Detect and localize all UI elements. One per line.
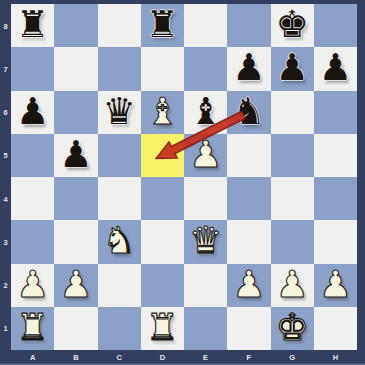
rank-label-1: 1	[0, 324, 11, 333]
square-e5[interactable]: ♟	[184, 134, 227, 177]
piece-black-pawn[interactable]: ♟	[16, 90, 49, 133]
square-h6[interactable]	[314, 91, 357, 134]
rank-label-5: 5	[0, 151, 11, 160]
piece-white-king[interactable]: ♚	[276, 306, 309, 349]
square-h2[interactable]: ♟	[314, 264, 357, 307]
square-b4[interactable]	[54, 177, 97, 220]
square-b3[interactable]	[54, 220, 97, 263]
square-g1[interactable]: ♚	[271, 307, 314, 350]
piece-white-pawn[interactable]: ♟	[16, 263, 49, 306]
square-d3[interactable]	[141, 220, 184, 263]
square-h5[interactable]	[314, 134, 357, 177]
square-c3[interactable]: ♞	[98, 220, 141, 263]
square-d5[interactable]	[141, 134, 184, 177]
piece-white-rook[interactable]: ♜	[16, 306, 49, 349]
square-c2[interactable]	[98, 264, 141, 307]
square-b7[interactable]	[54, 47, 97, 90]
piece-white-bishop[interactable]: ♝	[146, 90, 179, 133]
square-d4[interactable]	[141, 177, 184, 220]
square-e4[interactable]	[184, 177, 227, 220]
rank-label-2: 2	[0, 281, 11, 290]
square-c4[interactable]	[98, 177, 141, 220]
square-f3[interactable]	[227, 220, 270, 263]
piece-white-pawn[interactable]: ♟	[232, 263, 265, 306]
square-f7[interactable]: ♟	[227, 47, 270, 90]
square-f8[interactable]	[227, 4, 270, 47]
rank-label-3: 3	[0, 237, 11, 246]
piece-white-rook[interactable]: ♜	[146, 306, 179, 349]
square-g8[interactable]: ♚	[271, 4, 314, 47]
square-a3[interactable]	[11, 220, 54, 263]
piece-white-pawn[interactable]: ♟	[276, 263, 309, 306]
piece-white-queen[interactable]: ♛	[189, 219, 222, 262]
square-b6[interactable]	[54, 91, 97, 134]
square-h1[interactable]	[314, 307, 357, 350]
square-b5[interactable]: ♟	[54, 134, 97, 177]
piece-black-rook[interactable]: ♜	[16, 3, 49, 46]
square-f6[interactable]: ♞	[227, 91, 270, 134]
square-g4[interactable]	[271, 177, 314, 220]
piece-black-queen[interactable]: ♛	[103, 90, 136, 133]
square-f4[interactable]	[227, 177, 270, 220]
square-e3[interactable]: ♛	[184, 220, 227, 263]
square-f1[interactable]	[227, 307, 270, 350]
rank-label-4: 4	[0, 194, 11, 203]
piece-white-knight[interactable]: ♞	[103, 219, 136, 262]
square-h7[interactable]: ♟	[314, 47, 357, 90]
square-c1[interactable]	[98, 307, 141, 350]
piece-black-rook[interactable]: ♜	[146, 3, 179, 46]
rank-label-6: 6	[0, 108, 11, 117]
piece-black-pawn[interactable]: ♟	[319, 46, 352, 89]
square-f5[interactable]	[227, 134, 270, 177]
chess-diagram: ♜♜♚♟♟♟♟♛♝♝♞♟♟♞♛♟♟♟♟♟♜♜♚ 87654321 ABCDEFG…	[0, 0, 365, 365]
square-d1[interactable]: ♜	[141, 307, 184, 350]
square-d2[interactable]	[141, 264, 184, 307]
square-a4[interactable]	[11, 177, 54, 220]
square-a1[interactable]: ♜	[11, 307, 54, 350]
square-d6[interactable]: ♝	[141, 91, 184, 134]
square-a7[interactable]	[11, 47, 54, 90]
square-a5[interactable]	[11, 134, 54, 177]
square-e8[interactable]	[184, 4, 227, 47]
piece-black-pawn[interactable]: ♟	[232, 46, 265, 89]
square-f2[interactable]: ♟	[227, 264, 270, 307]
square-d8[interactable]: ♜	[141, 4, 184, 47]
square-b1[interactable]	[54, 307, 97, 350]
square-b8[interactable]	[54, 4, 97, 47]
square-e2[interactable]	[184, 264, 227, 307]
square-e1[interactable]	[184, 307, 227, 350]
square-d7[interactable]	[141, 47, 184, 90]
square-h4[interactable]	[314, 177, 357, 220]
square-a6[interactable]: ♟	[11, 91, 54, 134]
piece-black-pawn[interactable]: ♟	[276, 46, 309, 89]
square-a2[interactable]: ♟	[11, 264, 54, 307]
square-g2[interactable]: ♟	[271, 264, 314, 307]
square-g5[interactable]	[271, 134, 314, 177]
chess-board: ♜♜♚♟♟♟♟♛♝♝♞♟♟♞♛♟♟♟♟♟♜♜♚	[11, 4, 357, 350]
square-g7[interactable]: ♟	[271, 47, 314, 90]
square-c6[interactable]: ♛	[98, 91, 141, 134]
square-e6[interactable]: ♝	[184, 91, 227, 134]
square-h8[interactable]	[314, 4, 357, 47]
square-c8[interactable]	[98, 4, 141, 47]
piece-black-king[interactable]: ♚	[276, 3, 309, 46]
square-b2[interactable]: ♟	[54, 264, 97, 307]
piece-white-pawn[interactable]: ♟	[319, 263, 352, 306]
rank-label-8: 8	[0, 21, 11, 30]
rank-label-7: 7	[0, 64, 11, 73]
piece-black-knight[interactable]: ♞	[232, 90, 265, 133]
square-h3[interactable]	[314, 220, 357, 263]
piece-white-pawn[interactable]: ♟	[189, 133, 222, 176]
square-g6[interactable]	[271, 91, 314, 134]
square-c7[interactable]	[98, 47, 141, 90]
square-g3[interactable]	[271, 220, 314, 263]
square-a8[interactable]: ♜	[11, 4, 54, 47]
square-c5[interactable]	[98, 134, 141, 177]
piece-white-pawn[interactable]: ♟	[59, 263, 92, 306]
piece-black-pawn[interactable]: ♟	[59, 133, 92, 176]
square-e7[interactable]	[184, 47, 227, 90]
piece-black-bishop[interactable]: ♝	[189, 90, 222, 133]
